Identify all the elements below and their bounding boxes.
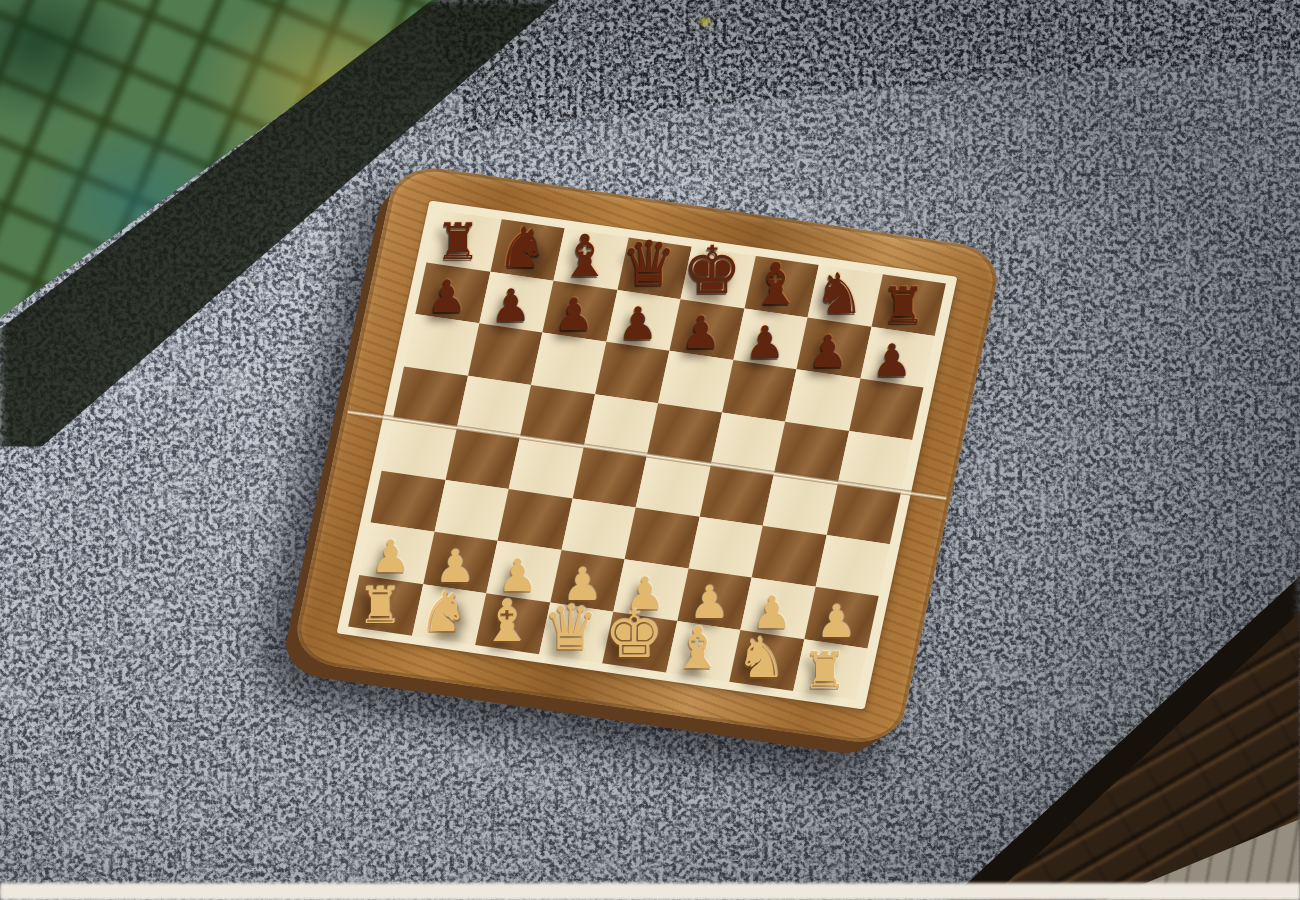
square-b6[interactable] [468,323,543,384]
square-g3[interactable] [752,525,827,586]
square-d3[interactable] [561,498,636,559]
square-a1[interactable]: ♜ [348,575,423,636]
black-pawn-piece[interactable]: ♟ [745,320,785,365]
square-e1[interactable]: ♚ [602,611,677,672]
square-f3[interactable] [688,516,763,577]
black-pawn-piece[interactable]: ♟ [681,310,721,355]
black-king-piece[interactable]: ♚ [683,237,742,303]
black-pawn-piece[interactable]: ♟ [872,338,912,383]
square-b3[interactable] [434,480,509,541]
square-g6[interactable] [785,369,860,430]
square-c3[interactable] [498,489,573,550]
white-knight-piece[interactable]: ♞ [418,584,468,640]
square-c6[interactable] [531,332,606,393]
black-pawn-piece[interactable]: ♟ [808,329,848,374]
square-g1[interactable]: ♞ [729,630,804,691]
black-rook-piece[interactable]: ♜ [881,281,926,331]
square-h8[interactable]: ♜ [871,274,946,335]
square-b8[interactable]: ♞ [490,219,565,280]
square-a6[interactable] [404,314,479,375]
square-h2[interactable]: ♟ [804,587,879,648]
white-king-piece[interactable]: ♚ [604,602,663,668]
white-queen-piece[interactable]: ♛ [543,597,599,659]
black-pawn-piece[interactable]: ♟ [554,292,594,337]
black-queen-piece[interactable]: ♛ [621,232,677,294]
outdoor-chess-scene: ♜♞♝♛♚♝♞♜♟♟♟♟♟♟♟♟♟♟♟♟♟♟♟♟♜♞♝♛♚♝♞♜ [0,0,1300,900]
square-d6[interactable] [595,342,670,403]
square-c1[interactable]: ♝ [475,593,550,654]
chess-board[interactable]: ♜♞♝♛♚♝♞♜♟♟♟♟♟♟♟♟♟♟♟♟♟♟♟♟♜♞♝♛♚♝♞♜ [290,162,1004,747]
square-g7[interactable]: ♟ [796,317,871,378]
moss-speck [694,14,716,30]
white-rook-piece[interactable]: ♜ [802,645,847,695]
white-bishop-piece[interactable]: ♝ [481,592,533,650]
square-b1[interactable]: ♞ [412,584,487,645]
black-knight-piece[interactable]: ♞ [814,266,864,322]
white-rook-piece[interactable]: ♜ [357,581,402,631]
square-b7[interactable]: ♟ [479,271,554,332]
square-g8[interactable]: ♞ [808,265,883,326]
square-f8[interactable]: ♝ [744,256,819,317]
white-pawn-piece[interactable]: ♟ [816,598,856,643]
black-rook-piece[interactable]: ♜ [436,217,481,267]
square-f6[interactable] [722,360,797,421]
square-d8[interactable]: ♛ [617,237,692,298]
black-knight-piece[interactable]: ♞ [497,220,547,276]
black-pawn-piece[interactable]: ♟ [427,274,467,319]
bottom-pale-strip [0,883,1300,900]
black-bishop-piece[interactable]: ♝ [559,227,611,285]
square-f1[interactable]: ♝ [666,620,741,681]
square-e3[interactable] [625,507,700,568]
black-pawn-piece[interactable]: ♟ [490,283,530,328]
square-e6[interactable] [658,351,733,412]
square-a3[interactable] [371,470,446,531]
square-a7[interactable]: ♟ [415,262,490,323]
white-bishop-piece[interactable]: ♝ [671,619,723,677]
white-pawn-piece[interactable]: ♟ [371,534,411,579]
square-d1[interactable]: ♛ [539,602,614,663]
square-c8[interactable]: ♝ [554,228,629,289]
square-h6[interactable] [849,378,924,439]
square-h1[interactable]: ♜ [793,639,868,700]
black-pawn-piece[interactable]: ♟ [617,301,657,346]
square-h3[interactable] [815,535,890,596]
square-e8[interactable]: ♚ [681,247,756,308]
white-knight-piece[interactable]: ♞ [736,630,786,686]
square-a8[interactable]: ♜ [427,210,502,271]
black-bishop-piece[interactable]: ♝ [750,254,802,312]
square-h7[interactable]: ♟ [860,326,935,387]
square-a2[interactable]: ♟ [359,522,434,583]
